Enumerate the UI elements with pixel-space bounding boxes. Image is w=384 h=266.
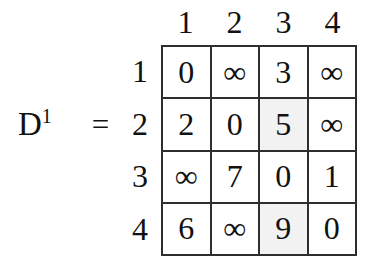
matrix-name: D1 (18, 106, 52, 142)
row-header-2: 2 (132, 106, 148, 143)
cell-r3c1: ∞ (163, 152, 210, 202)
row-headers: 1 2 3 4 (116, 45, 148, 256)
col-header-3: 3 (276, 4, 292, 41)
matrix-name-superscript: 1 (42, 105, 52, 127)
cell-r4c1: 6 (163, 204, 210, 254)
col-header-2: 2 (227, 4, 243, 41)
row-header-3: 3 (132, 158, 148, 195)
row-header-4: 4 (132, 211, 148, 248)
cell-r3c4: 1 (309, 152, 356, 202)
row-header-1: 1 (132, 53, 148, 90)
cell-r2c2: 0 (212, 99, 259, 149)
cell-r1c1: 0 (163, 47, 210, 97)
cell-r2c1: 2 (163, 99, 210, 149)
cell-r1c4: ∞ (309, 47, 356, 97)
cell-r1c3: 3 (260, 47, 307, 97)
cell-r4c3: 9 (260, 204, 307, 254)
cell-r3c2: 7 (212, 152, 259, 202)
col-header-1: 1 (178, 4, 194, 41)
cell-r3c3: 0 (260, 152, 307, 202)
distance-matrix-figure: D1 = 1 2 3 4 1 2 3 4 0 ∞ 3 ∞ 2 0 5 ∞ ∞ 7… (0, 0, 384, 266)
cell-r2c3: 5 (260, 99, 307, 149)
cell-r4c4: 0 (309, 204, 356, 254)
equals-sign: = (92, 108, 109, 142)
column-headers: 1 2 3 4 (161, 2, 357, 42)
cell-r2c4: ∞ (309, 99, 356, 149)
matrix-grid: 0 ∞ 3 ∞ 2 0 5 ∞ ∞ 7 0 1 6 ∞ 9 0 (161, 45, 357, 256)
col-header-4: 4 (325, 4, 341, 41)
cell-r4c2: ∞ (212, 204, 259, 254)
cell-r1c2: ∞ (212, 47, 259, 97)
matrix-label: D1 = (18, 106, 109, 142)
matrix-name-base: D (18, 106, 42, 142)
